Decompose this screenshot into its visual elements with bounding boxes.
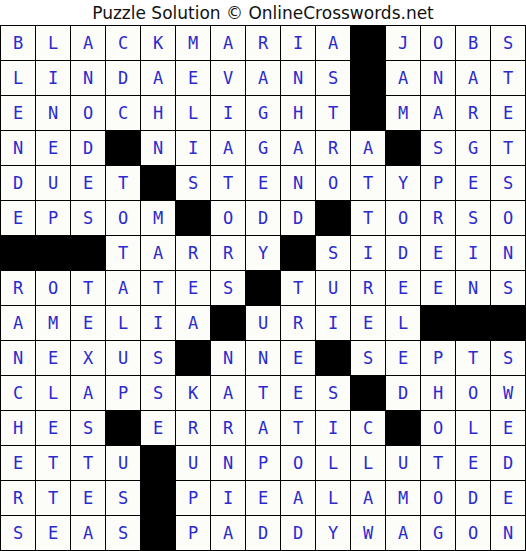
letter-cell-r13c4: U (106, 446, 140, 480)
letter-cell-r6c3: S (71, 201, 105, 235)
letter-cell-r1c9: I (281, 26, 315, 60)
letter-cell-r12c7: R (211, 411, 245, 445)
letter-cell-r8c15: S (491, 271, 525, 305)
letter-cell-r15c12: A (386, 516, 420, 550)
letter-cell-r4c15: T (491, 131, 525, 165)
letter-cell-r15c4: S (106, 516, 140, 550)
letter-cell-r6c4: O (106, 201, 140, 235)
letter-cell-r1c7: A (211, 26, 245, 60)
letter-cell-r7c6: R (176, 236, 210, 270)
letter-cell-r1c10: A (316, 26, 350, 60)
letter-cell-r9c3: E (71, 306, 105, 340)
letter-cell-r8c1: R (1, 271, 35, 305)
letter-cell-r15c9: D (281, 516, 315, 550)
block-cell-r11c11 (351, 376, 385, 410)
letter-cell-r11c8: T (246, 376, 280, 410)
letter-cell-r1c15: S (491, 26, 525, 60)
letter-cell-r1c13: O (421, 26, 455, 60)
letter-cell-r3c1: E (1, 96, 35, 130)
letter-cell-r13c1: E (1, 446, 35, 480)
block-cell-r12c12 (386, 411, 420, 445)
letter-cell-r5c8: E (246, 166, 280, 200)
letter-cell-r14c10: L (316, 481, 350, 515)
block-cell-r7c1 (1, 236, 35, 270)
puzzle-title: Puzzle Solution © OnlineCrosswords.net (0, 0, 526, 25)
block-cell-r3c11 (351, 96, 385, 130)
block-cell-r15c5 (141, 516, 175, 550)
letter-cell-r3c12: M (386, 96, 420, 130)
letter-cell-r11c10: S (316, 376, 350, 410)
letter-cell-r10c7: N (211, 341, 245, 375)
letter-cell-r9c11: E (351, 306, 385, 340)
letter-cell-r12c11: C (351, 411, 385, 445)
letter-cell-r13c3: T (71, 446, 105, 480)
letter-cell-r13c11: L (351, 446, 385, 480)
letter-cell-r6c11: T (351, 201, 385, 235)
letter-cell-r5c2: U (36, 166, 70, 200)
letter-cell-r2c12: A (386, 61, 420, 95)
letter-cell-r4c5: N (141, 131, 175, 165)
letter-cell-r2c10: S (316, 61, 350, 95)
letter-cell-r12c14: L (456, 411, 490, 445)
letter-cell-r10c11: S (351, 341, 385, 375)
letter-cell-r11c4: P (106, 376, 140, 410)
letter-cell-r14c15: E (491, 481, 525, 515)
letter-cell-r13c8: P (246, 446, 280, 480)
letter-cell-r3c14: R (456, 96, 490, 130)
crossword-grid: BLACKMARIAJOBSLINDAEVANSANATENOCHLIGHTMA… (0, 25, 526, 551)
letter-cell-r14c6: P (176, 481, 210, 515)
letter-cell-r2c1: L (1, 61, 35, 95)
letter-cell-r14c3: E (71, 481, 105, 515)
letter-cell-r5c13: P (421, 166, 455, 200)
letter-cell-r11c9: E (281, 376, 315, 410)
letter-cell-r1c2: L (36, 26, 70, 60)
letter-cell-r8c12: E (386, 271, 420, 305)
letter-cell-r14c11: A (351, 481, 385, 515)
letter-cell-r4c3: D (71, 131, 105, 165)
letter-cell-r7c11: I (351, 236, 385, 270)
letter-cell-r7c10: S (316, 236, 350, 270)
letter-cell-r13c12: U (386, 446, 420, 480)
letter-cell-r7c7: R (211, 236, 245, 270)
letter-cell-r3c10: T (316, 96, 350, 130)
letter-cell-r15c11: W (351, 516, 385, 550)
letter-cell-r5c15: S (491, 166, 525, 200)
block-cell-r7c9 (281, 236, 315, 270)
letter-cell-r1c12: J (386, 26, 420, 60)
letter-cell-r11c6: K (176, 376, 210, 410)
letter-cell-r4c11: A (351, 131, 385, 165)
letter-cell-r4c7: A (211, 131, 245, 165)
letter-cell-r14c8: E (246, 481, 280, 515)
letter-cell-r2c14: A (456, 61, 490, 95)
letter-cell-r13c6: U (176, 446, 210, 480)
letter-cell-r11c5: S (141, 376, 175, 410)
letter-cell-r8c3: T (71, 271, 105, 305)
letter-cell-r11c2: L (36, 376, 70, 410)
letter-cell-r12c1: H (1, 411, 35, 445)
letter-cell-r13c10: L (316, 446, 350, 480)
letter-cell-r7c12: D (386, 236, 420, 270)
letter-cell-r1c8: R (246, 26, 280, 60)
letter-cell-r10c1: N (1, 341, 35, 375)
letter-cell-r4c1: N (1, 131, 35, 165)
letter-cell-r4c2: E (36, 131, 70, 165)
letter-cell-r11c13: H (421, 376, 455, 410)
letter-cell-r7c5: A (141, 236, 175, 270)
letter-cell-r7c8: Y (246, 236, 280, 270)
letter-cell-r9c1: A (1, 306, 35, 340)
letter-cell-r2c3: N (71, 61, 105, 95)
letter-cell-r3c3: O (71, 96, 105, 130)
letter-cell-r2c8: A (246, 61, 280, 95)
letter-cell-r15c15: N (491, 516, 525, 550)
letter-cell-r8c14: N (456, 271, 490, 305)
letter-cell-r15c10: Y (316, 516, 350, 550)
letter-cell-r11c3: A (71, 376, 105, 410)
letter-cell-r13c15: D (491, 446, 525, 480)
letter-cell-r12c6: R (176, 411, 210, 445)
letter-cell-r6c8: D (246, 201, 280, 235)
letter-cell-r15c7: A (211, 516, 245, 550)
letter-cell-r12c2: E (36, 411, 70, 445)
block-cell-r9c7 (211, 306, 245, 340)
letter-cell-r10c4: U (106, 341, 140, 375)
letter-cell-r14c1: R (1, 481, 35, 515)
letter-cell-r10c14: T (456, 341, 490, 375)
letter-cell-r5c11: T (351, 166, 385, 200)
letter-cell-r8c11: R (351, 271, 385, 305)
letter-cell-r5c7: T (211, 166, 245, 200)
letter-cell-r2c6: E (176, 61, 210, 95)
letter-cell-r11c7: A (211, 376, 245, 410)
letter-cell-r2c15: T (491, 61, 525, 95)
letter-cell-r7c4: T (106, 236, 140, 270)
letter-cell-r3c6: L (176, 96, 210, 130)
block-cell-r4c12 (386, 131, 420, 165)
letter-cell-r13c2: T (36, 446, 70, 480)
block-cell-r1c11 (351, 26, 385, 60)
letter-cell-r2c7: V (211, 61, 245, 95)
block-cell-r14c5 (141, 481, 175, 515)
letter-cell-r10c12: E (386, 341, 420, 375)
letter-cell-r2c13: N (421, 61, 455, 95)
letter-cell-r8c7: S (211, 271, 245, 305)
letter-cell-r11c14: O (456, 376, 490, 410)
letter-cell-r4c8: G (246, 131, 280, 165)
letter-cell-r9c9: R (281, 306, 315, 340)
letter-cell-r15c8: D (246, 516, 280, 550)
letter-cell-r4c6: I (176, 131, 210, 165)
letter-cell-r15c13: G (421, 516, 455, 550)
letter-cell-r3c5: H (141, 96, 175, 130)
letter-cell-r8c9: T (281, 271, 315, 305)
letter-cell-r2c4: D (106, 61, 140, 95)
letter-cell-r1c5: K (141, 26, 175, 60)
letter-cell-r8c13: E (421, 271, 455, 305)
letter-cell-r9c12: L (386, 306, 420, 340)
letter-cell-r6c7: O (211, 201, 245, 235)
block-cell-r9c15 (491, 306, 525, 340)
letter-cell-r5c12: Y (386, 166, 420, 200)
letter-cell-r3c8: G (246, 96, 280, 130)
letter-cell-r6c2: P (36, 201, 70, 235)
letter-cell-r7c13: E (421, 236, 455, 270)
letter-cell-r12c10: I (316, 411, 350, 445)
letter-cell-r14c14: D (456, 481, 490, 515)
letter-cell-r9c10: I (316, 306, 350, 340)
letter-cell-r11c15: W (491, 376, 525, 410)
letter-cell-r15c2: E (36, 516, 70, 550)
letter-cell-r9c4: L (106, 306, 140, 340)
letter-cell-r12c13: O (421, 411, 455, 445)
letter-cell-r2c2: I (36, 61, 70, 95)
block-cell-r9c14 (456, 306, 490, 340)
block-cell-r6c6 (176, 201, 210, 235)
letter-cell-r14c9: A (281, 481, 315, 515)
letter-cell-r8c5: T (141, 271, 175, 305)
letter-cell-r5c14: E (456, 166, 490, 200)
block-cell-r4c4 (106, 131, 140, 165)
letter-cell-r11c1: C (1, 376, 35, 410)
block-cell-r13c5 (141, 446, 175, 480)
letter-cell-r6c14: S (456, 201, 490, 235)
block-cell-r10c10 (316, 341, 350, 375)
letter-cell-r9c6: A (176, 306, 210, 340)
letter-cell-r3c15: E (491, 96, 525, 130)
letter-cell-r6c15: O (491, 201, 525, 235)
block-cell-r9c13 (421, 306, 455, 340)
letter-cell-r12c15: E (491, 411, 525, 445)
letter-cell-r6c5: M (141, 201, 175, 235)
letter-cell-r3c9: H (281, 96, 315, 130)
block-cell-r6c10 (316, 201, 350, 235)
letter-cell-r14c7: I (211, 481, 245, 515)
letter-cell-r6c1: E (1, 201, 35, 235)
letter-cell-r1c14: B (456, 26, 490, 60)
letter-cell-r8c10: U (316, 271, 350, 305)
block-cell-r5c5 (141, 166, 175, 200)
letter-cell-r14c4: S (106, 481, 140, 515)
block-cell-r7c3 (71, 236, 105, 270)
letter-cell-r10c9: E (281, 341, 315, 375)
block-cell-r8c8 (246, 271, 280, 305)
letter-cell-r4c10: R (316, 131, 350, 165)
letter-cell-r15c3: A (71, 516, 105, 550)
letter-cell-r10c5: S (141, 341, 175, 375)
letter-cell-r1c6: M (176, 26, 210, 60)
letter-cell-r13c9: O (281, 446, 315, 480)
block-cell-r12c4 (106, 411, 140, 445)
block-cell-r7c2 (36, 236, 70, 270)
letter-cell-r15c1: S (1, 516, 35, 550)
letter-cell-r3c2: N (36, 96, 70, 130)
letter-cell-r1c3: A (71, 26, 105, 60)
letter-cell-r10c8: N (246, 341, 280, 375)
letter-cell-r9c2: M (36, 306, 70, 340)
letter-cell-r14c13: O (421, 481, 455, 515)
letter-cell-r12c9: T (281, 411, 315, 445)
letter-cell-r2c5: A (141, 61, 175, 95)
letter-cell-r4c14: G (456, 131, 490, 165)
letter-cell-r12c5: E (141, 411, 175, 445)
letter-cell-r14c12: M (386, 481, 420, 515)
letter-cell-r12c8: A (246, 411, 280, 445)
block-cell-r2c11 (351, 61, 385, 95)
letter-cell-r3c7: I (211, 96, 245, 130)
letter-cell-r5c3: E (71, 166, 105, 200)
letter-cell-r3c4: C (106, 96, 140, 130)
letter-cell-r6c12: O (386, 201, 420, 235)
letter-cell-r3c13: A (421, 96, 455, 130)
letter-cell-r5c1: D (1, 166, 35, 200)
letter-cell-r7c14: I (456, 236, 490, 270)
letter-cell-r8c4: A (106, 271, 140, 305)
letter-cell-r12c3: S (71, 411, 105, 445)
block-cell-r10c6 (176, 341, 210, 375)
letter-cell-r9c5: I (141, 306, 175, 340)
letter-cell-r13c14: E (456, 446, 490, 480)
letter-cell-r10c15: S (491, 341, 525, 375)
letter-cell-r4c13: S (421, 131, 455, 165)
letter-cell-r10c13: P (421, 341, 455, 375)
letter-cell-r2c9: N (281, 61, 315, 95)
letter-cell-r6c9: D (281, 201, 315, 235)
letter-cell-r8c6: E (176, 271, 210, 305)
letter-cell-r5c6: S (176, 166, 210, 200)
letter-cell-r5c9: N (281, 166, 315, 200)
letter-cell-r4c9: A (281, 131, 315, 165)
letter-cell-r10c2: E (36, 341, 70, 375)
letter-cell-r15c6: P (176, 516, 210, 550)
letter-cell-r9c8: U (246, 306, 280, 340)
letter-cell-r1c4: C (106, 26, 140, 60)
letter-cell-r5c4: T (106, 166, 140, 200)
letter-cell-r8c2: O (36, 271, 70, 305)
letter-cell-r7c15: N (491, 236, 525, 270)
letter-cell-r15c14: O (456, 516, 490, 550)
letter-cell-r11c12: D (386, 376, 420, 410)
letter-cell-r1c1: B (1, 26, 35, 60)
letter-cell-r13c7: N (211, 446, 245, 480)
letter-cell-r10c3: X (71, 341, 105, 375)
letter-cell-r14c2: T (36, 481, 70, 515)
page: Puzzle Solution © OnlineCrosswords.net B… (0, 0, 526, 551)
letter-cell-r5c10: O (316, 166, 350, 200)
letter-cell-r13c13: T (421, 446, 455, 480)
letter-cell-r6c13: R (421, 201, 455, 235)
